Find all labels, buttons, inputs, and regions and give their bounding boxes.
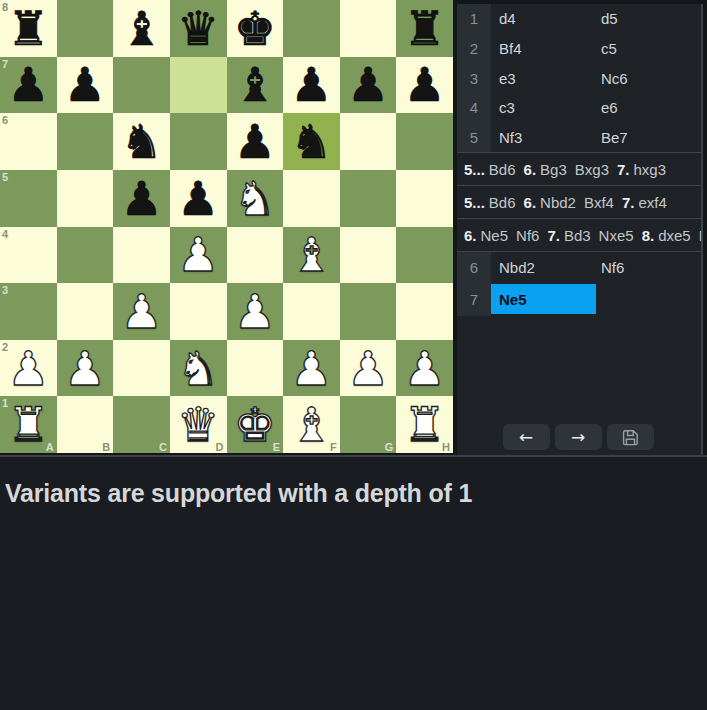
white-move-5[interactable]: Nf3 [491, 123, 596, 153]
square-a6[interactable]: 6 [0, 113, 57, 170]
move-row-6: 6Nbd2Nf6 [457, 252, 701, 282]
move-number: 1 [457, 4, 491, 34]
black-pawn[interactable]: ♟ [170, 170, 227, 227]
square-h7[interactable]: ♟ [396, 57, 453, 114]
rank-label-4: 4 [2, 228, 8, 240]
white-pawn[interactable]: ♟ [113, 283, 170, 340]
variation-move-number: 7. [617, 161, 630, 178]
variation-token: dxe5 [658, 227, 695, 244]
square-h4[interactable] [396, 227, 453, 284]
square-b2[interactable]: ♟ [57, 340, 114, 397]
variation-move: Bg3 [540, 161, 567, 178]
black-pawn[interactable]: ♟ [283, 57, 340, 114]
square-h8[interactable]: ♜ [396, 0, 453, 57]
variation-move: Nxe5 [599, 227, 634, 244]
white-knight[interactable]: ♞ [227, 170, 284, 227]
variation-move-number: 5... [464, 161, 485, 178]
square-d3[interactable] [170, 283, 227, 340]
square-f4[interactable]: ♝ [283, 227, 340, 284]
variation-move-number: 5... [464, 194, 485, 211]
variation-token: Nf6 [516, 227, 543, 244]
variation-token: 7. [617, 161, 630, 178]
variation-line-3[interactable]: 6.Ne5Nf67.Bd3Nxe58.dxe5Nd7 [457, 218, 701, 252]
black-move-1[interactable]: d5 [596, 4, 701, 34]
black-pawn[interactable]: ♟ [396, 57, 453, 114]
square-e8[interactable]: ♚ [227, 0, 284, 57]
square-f8[interactable] [283, 0, 340, 57]
move-list-panel: 1d4d52Bf4c53e3Nc64c3e65Nf3Be7 5...Bd66.B… [457, 4, 703, 455]
white-rook[interactable]: ♜ [0, 396, 57, 453]
white-move-6[interactable]: Nbd2 [491, 252, 596, 282]
square-c2[interactable] [113, 340, 170, 397]
move-row-4: 4c3e6 [457, 93, 701, 123]
move-row-3: 3e3Nc6 [457, 63, 701, 93]
variation-move: Nd7 [699, 227, 703, 244]
white-move-7-selected[interactable]: Ne5 [491, 284, 596, 314]
variation-move-number: 6. [524, 194, 537, 211]
square-e5[interactable]: ♞ [227, 170, 284, 227]
square-f3[interactable] [283, 283, 340, 340]
navigation-controls: ← → [457, 424, 699, 450]
square-c4[interactable] [113, 227, 170, 284]
square-e4[interactable] [227, 227, 284, 284]
white-pawn[interactable]: ♟ [340, 340, 397, 397]
rank-label-6: 6 [2, 114, 8, 126]
square-c8[interactable]: ♝ [113, 0, 170, 57]
forward-arrow-icon: → [571, 429, 585, 446]
move-number: 2 [457, 34, 491, 64]
black-pawn[interactable]: ♟ [113, 170, 170, 227]
variation-list: 5...Bd66.Bg3Bxg37.hxg35...Bd66.Nbd2Bxf47… [457, 152, 701, 252]
white-pawn[interactable]: ♟ [57, 340, 114, 397]
variation-token: 5... [464, 194, 485, 211]
black-pawn[interactable]: ♟ [227, 113, 284, 170]
variation-token: Bxg3 [575, 161, 613, 178]
variation-move-number: 8. [642, 227, 655, 244]
white-move-1[interactable]: d4 [491, 4, 596, 34]
rank-label-3: 3 [2, 284, 8, 296]
variation-move: Bd6 [489, 161, 516, 178]
variation-move: Ne5 [481, 227, 509, 244]
move-rows-top: 1d4d52Bf4c53e3Nc64c3e65Nf3Be7 [457, 4, 701, 152]
variation-move: Bxg3 [575, 161, 609, 178]
black-pawn[interactable]: ♟ [340, 57, 397, 114]
black-move-6[interactable]: Nf6 [596, 252, 701, 282]
chess-board: 8♜♝♛♚♜7♟♟♝♟♟♟6♞♟♞5♟♟♞4♟♝3♟♟2♟♟♞♟♟♟1A♜BCD… [0, 0, 453, 453]
square-c7[interactable] [113, 57, 170, 114]
black-knight[interactable]: ♞ [283, 113, 340, 170]
black-bishop[interactable]: ♝ [227, 57, 284, 114]
black-bishop[interactable]: ♝ [113, 0, 170, 57]
square-d2[interactable]: ♞ [170, 340, 227, 397]
variation-move: Bxf4 [584, 194, 614, 211]
move-row-2: 2Bf4c5 [457, 34, 701, 64]
square-h1[interactable]: H♜ [396, 396, 453, 453]
variation-token: Bg3 [540, 161, 571, 178]
black-knight[interactable]: ♞ [113, 113, 170, 170]
variation-token: hxg3 [634, 161, 671, 178]
black-rook[interactable]: ♜ [396, 0, 453, 57]
white-pawn[interactable]: ♟ [283, 340, 340, 397]
move-number: 4 [457, 93, 491, 123]
white-move-2[interactable]: Bf4 [491, 34, 596, 64]
square-d6[interactable] [170, 113, 227, 170]
variation-token: Ne5 [481, 227, 513, 244]
variation-token: 5... [464, 161, 485, 178]
file-label-g: G [385, 441, 394, 453]
variation-move: Bd6 [489, 194, 516, 211]
square-a5[interactable]: 5 [0, 170, 57, 227]
square-a1[interactable]: 1A♜ [0, 396, 57, 453]
white-king[interactable]: ♚ [227, 396, 284, 453]
square-e2[interactable] [227, 340, 284, 397]
square-a4[interactable]: 4 [0, 227, 57, 284]
square-d4[interactable]: ♟ [170, 227, 227, 284]
forward-button[interactable]: → [555, 424, 602, 450]
variation-token: 6. [524, 161, 537, 178]
move-number: 5 [457, 123, 491, 153]
variation-move-number: 6. [464, 227, 477, 244]
variation-token: 7. [547, 227, 560, 244]
variation-token: Nd7 [699, 227, 703, 244]
square-g5[interactable] [340, 170, 397, 227]
square-e6[interactable]: ♟ [227, 113, 284, 170]
move-number: 7 [457, 282, 491, 316]
black-move-3[interactable]: Nc6 [596, 63, 701, 93]
black-move-5[interactable]: Be7 [596, 123, 701, 153]
white-pawn[interactable]: ♟ [227, 283, 284, 340]
square-c3[interactable]: ♟ [113, 283, 170, 340]
variation-move-number: 7. [547, 227, 560, 244]
back-arrow-icon: ← [519, 429, 533, 446]
square-e7[interactable]: ♝ [227, 57, 284, 114]
white-pawn[interactable]: ♟ [0, 340, 57, 397]
variation-token: 6. [464, 227, 477, 244]
file-label-c: C [159, 441, 167, 453]
square-d8[interactable]: ♛ [170, 0, 227, 57]
square-d5[interactable]: ♟ [170, 170, 227, 227]
square-a8[interactable]: 8♜ [0, 0, 57, 57]
variation-token: Bxf4 [584, 194, 618, 211]
square-b8[interactable] [57, 0, 114, 57]
variation-token: Bd6 [489, 161, 520, 178]
variation-line-2[interactable]: 5...Bd66.Nbd2Bxf47.exf4 [457, 185, 701, 218]
white-bishop[interactable]: ♝ [283, 227, 340, 284]
variation-move: dxe5 [658, 227, 691, 244]
variation-move-number: 7. [622, 194, 635, 211]
variation-token: 6. [524, 194, 537, 211]
variation-move: Nf6 [516, 227, 539, 244]
status-bar: Variants are supported with a depth of 1 [0, 455, 707, 710]
variation-move-number: 6. [524, 161, 537, 178]
move-number: 3 [457, 63, 491, 93]
square-e3[interactable]: ♟ [227, 283, 284, 340]
white-pawn[interactable]: ♟ [396, 340, 453, 397]
square-c1[interactable]: C [113, 396, 170, 453]
square-g8[interactable] [340, 0, 397, 57]
square-f6[interactable]: ♞ [283, 113, 340, 170]
white-bishop[interactable]: ♝ [283, 396, 340, 453]
square-f1[interactable]: F♝ [283, 396, 340, 453]
status-message: Variants are supported with a depth of 1 [5, 479, 707, 508]
variation-move: Nbd2 [540, 194, 576, 211]
white-pawn[interactable]: ♟ [170, 227, 227, 284]
square-a7[interactable]: 7♟ [0, 57, 57, 114]
square-h3[interactable] [396, 283, 453, 340]
square-g2[interactable]: ♟ [340, 340, 397, 397]
variation-token: Bd6 [489, 194, 520, 211]
variation-token: 8. [642, 227, 655, 244]
black-move-7[interactable] [596, 282, 701, 316]
black-king[interactable]: ♚ [227, 0, 284, 57]
move-number: 6 [457, 252, 491, 282]
white-knight[interactable]: ♞ [170, 340, 227, 397]
square-b5[interactable] [57, 170, 114, 227]
black-pawn[interactable]: ♟ [57, 57, 114, 114]
variation-move: exf4 [638, 194, 666, 211]
square-c5[interactable]: ♟ [113, 170, 170, 227]
black-rook[interactable]: ♜ [0, 0, 57, 57]
square-h5[interactable] [396, 170, 453, 227]
square-g4[interactable] [340, 227, 397, 284]
square-g7[interactable]: ♟ [340, 57, 397, 114]
black-move-4[interactable]: e6 [596, 93, 701, 123]
square-b1[interactable]: B [57, 396, 114, 453]
rank-label-5: 5 [2, 171, 8, 183]
square-f5[interactable] [283, 170, 340, 227]
square-b7[interactable]: ♟ [57, 57, 114, 114]
square-g1[interactable]: G [340, 396, 397, 453]
square-g3[interactable] [340, 283, 397, 340]
variation-token: Nbd2 [540, 194, 580, 211]
save-button[interactable] [607, 424, 654, 450]
square-h2[interactable]: ♟ [396, 340, 453, 397]
file-label-b: B [102, 441, 110, 453]
black-move-2[interactable]: c5 [596, 34, 701, 64]
black-pawn[interactable]: ♟ [0, 57, 57, 114]
white-move-4[interactable]: c3 [491, 93, 596, 123]
variation-token: exf4 [638, 194, 670, 211]
variation-line-1[interactable]: 5...Bd66.Bg3Bxg37.hxg3 [457, 152, 701, 185]
back-button[interactable]: ← [503, 424, 550, 450]
square-g6[interactable] [340, 113, 397, 170]
square-h6[interactable] [396, 113, 453, 170]
square-f2[interactable]: ♟ [283, 340, 340, 397]
square-d1[interactable]: D♛ [170, 396, 227, 453]
white-queen[interactable]: ♛ [170, 396, 227, 453]
square-a2[interactable]: 2♟ [0, 340, 57, 397]
white-rook[interactable]: ♜ [396, 396, 453, 453]
move-row-7: 7Ne5 [457, 282, 701, 316]
square-d7[interactable] [170, 57, 227, 114]
variation-token: Bd3 [564, 227, 595, 244]
white-move-3[interactable]: e3 [491, 63, 596, 93]
variation-token: Nxe5 [599, 227, 638, 244]
black-queen[interactable]: ♛ [170, 0, 227, 57]
square-a3[interactable]: 3 [0, 283, 57, 340]
variation-move: hxg3 [634, 161, 667, 178]
square-b4[interactable] [57, 227, 114, 284]
variation-token: 7. [622, 194, 635, 211]
square-b6[interactable] [57, 113, 114, 170]
square-b3[interactable] [57, 283, 114, 340]
save-icon [622, 429, 639, 446]
move-row-1: 1d4d5 [457, 4, 701, 34]
square-c6[interactable]: ♞ [113, 113, 170, 170]
variation-move: Bd3 [564, 227, 591, 244]
square-f7[interactable]: ♟ [283, 57, 340, 114]
move-row-5: 5Nf3Be7 [457, 123, 701, 153]
square-e1[interactable]: E♚ [227, 396, 284, 453]
move-rows-bottom: 6Nbd2Nf67Ne5 [457, 252, 701, 316]
